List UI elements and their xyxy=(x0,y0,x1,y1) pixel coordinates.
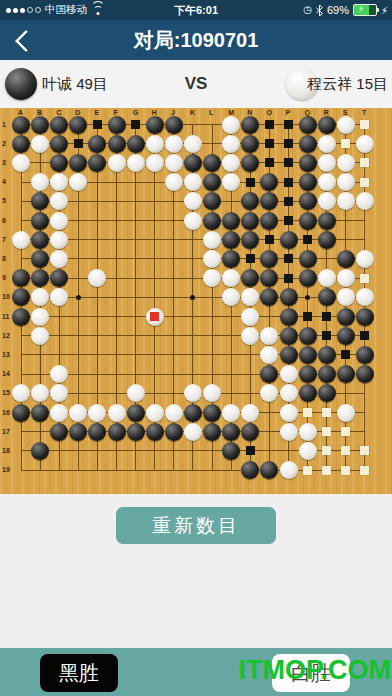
black-stone xyxy=(222,423,240,441)
white-stone xyxy=(127,384,145,402)
white-stone xyxy=(31,384,49,402)
coordinate-label-column: K xyxy=(190,109,195,116)
coordinate-label-row: 13 xyxy=(2,351,10,358)
black-stone xyxy=(146,116,164,134)
white-stone xyxy=(184,384,202,402)
white-stone xyxy=(318,135,336,153)
black-stone xyxy=(299,327,317,345)
black-stone xyxy=(31,442,49,460)
coordinate-label-row: 16 xyxy=(2,409,10,416)
white-territory-marker xyxy=(360,274,369,283)
white-stone xyxy=(356,288,374,306)
go-board[interactable]: ABCDEFGHJKLMNOPQRST123456789101112131415… xyxy=(0,108,392,494)
black-territory-marker xyxy=(93,120,102,129)
black-stone xyxy=(260,288,278,306)
coordinate-label-row: 10 xyxy=(2,293,10,300)
white-territory-marker xyxy=(341,446,350,455)
white-stone xyxy=(50,192,68,210)
lower-panel: 重新数目 xyxy=(0,494,392,648)
nav-bar: 对局:1090701 xyxy=(0,20,392,60)
black-stone xyxy=(241,154,259,172)
black-territory-marker xyxy=(341,350,350,359)
black-stone xyxy=(31,250,49,268)
black-territory-marker xyxy=(265,120,274,129)
battery-percent-label: 69% xyxy=(327,4,349,16)
coordinate-label-row: 18 xyxy=(2,447,10,454)
white-territory-marker xyxy=(341,139,350,148)
battery-icon: ⚡ xyxy=(353,4,377,16)
white-territory-marker xyxy=(322,427,331,436)
white-stone xyxy=(50,404,68,422)
white-stone xyxy=(146,404,164,422)
white-stone xyxy=(280,404,298,422)
black-stone xyxy=(108,423,126,441)
white-stone xyxy=(356,135,374,153)
alarm-clock-icon: ◷ xyxy=(303,5,312,15)
black-stone xyxy=(203,154,221,172)
white-stone xyxy=(31,173,49,191)
black-stone xyxy=(88,154,106,172)
black-stone xyxy=(12,308,30,326)
coordinate-label-row: 11 xyxy=(2,313,9,320)
black-stone xyxy=(299,212,317,230)
black-territory-marker xyxy=(246,178,255,187)
black-stone xyxy=(318,346,336,364)
white-territory-marker xyxy=(303,408,312,417)
black-stone xyxy=(299,192,317,210)
black-stone xyxy=(299,269,317,287)
black-stone xyxy=(241,192,259,210)
grid-line-horizontal xyxy=(21,316,365,317)
black-wins-button[interactable]: 黑胜 xyxy=(40,654,118,692)
black-stone xyxy=(12,116,30,134)
white-stone xyxy=(318,269,336,287)
white-stone xyxy=(337,154,355,172)
black-stone xyxy=(299,154,317,172)
black-stone xyxy=(203,212,221,230)
white-stone xyxy=(50,231,68,249)
black-stone xyxy=(241,461,259,479)
black-stone xyxy=(50,135,68,153)
white-stone xyxy=(88,269,106,287)
white-stone xyxy=(184,135,202,153)
black-stone xyxy=(31,116,49,134)
coordinate-label-row: 6 xyxy=(2,217,6,224)
star-point xyxy=(76,295,81,300)
black-stone xyxy=(31,269,49,287)
white-stone xyxy=(260,346,278,364)
black-stone xyxy=(299,384,317,402)
black-stone xyxy=(50,154,68,172)
black-territory-marker xyxy=(246,254,255,263)
coordinate-label-row: 19 xyxy=(2,466,10,473)
black-stone xyxy=(241,135,259,153)
black-stone xyxy=(31,231,49,249)
coordinate-label-column: E xyxy=(94,109,99,116)
coordinate-label-column: S xyxy=(343,109,348,116)
black-territory-marker xyxy=(74,139,83,148)
black-territory-marker xyxy=(284,158,293,167)
black-stone xyxy=(241,116,259,134)
white-stone xyxy=(318,173,336,191)
white-stone xyxy=(280,365,298,383)
black-stone xyxy=(108,135,126,153)
black-stone xyxy=(50,269,68,287)
black-stone xyxy=(69,154,87,172)
coordinate-label-column: P xyxy=(286,109,291,116)
black-stone xyxy=(318,384,336,402)
white-stone xyxy=(299,442,317,460)
black-stone xyxy=(260,461,278,479)
black-stone xyxy=(203,404,221,422)
player-bar: 叶诚 49目 VS 程云祥 15目 xyxy=(0,60,392,109)
coordinate-label-row: 1 xyxy=(2,121,6,128)
coordinate-label-row: 4 xyxy=(2,178,6,185)
white-stone xyxy=(222,116,240,134)
white-stone xyxy=(108,404,126,422)
bluetooth-icon xyxy=(316,5,323,16)
coordinate-label-column: T xyxy=(362,109,366,116)
white-stone xyxy=(50,365,68,383)
black-stone xyxy=(31,212,49,230)
white-territory-marker xyxy=(360,158,369,167)
black-stone xyxy=(12,404,30,422)
black-territory-marker xyxy=(284,197,293,206)
black-stone xyxy=(280,308,298,326)
white-territory-marker xyxy=(322,466,331,475)
recount-button[interactable]: 重新数目 xyxy=(116,507,276,544)
black-stone xyxy=(222,442,240,460)
coordinate-label-column: O xyxy=(266,109,271,116)
coordinate-label-column: F xyxy=(114,109,118,116)
white-territory-marker xyxy=(360,120,369,129)
black-stone xyxy=(260,212,278,230)
last-move-marker xyxy=(150,312,159,321)
coordinate-label-row: 3 xyxy=(2,159,6,166)
black-stone xyxy=(356,346,374,364)
black-stone xyxy=(260,250,278,268)
white-stone xyxy=(222,288,240,306)
white-stone xyxy=(260,327,278,345)
white-stone xyxy=(222,135,240,153)
white-stone xyxy=(31,308,49,326)
white-stone xyxy=(12,384,30,402)
coordinate-label-row: 14 xyxy=(2,370,10,377)
black-territory-marker xyxy=(246,446,255,455)
black-stone xyxy=(222,231,240,249)
coordinate-label-column: A xyxy=(18,109,23,116)
black-territory-marker xyxy=(322,312,331,321)
white-stone xyxy=(184,192,202,210)
white-stone xyxy=(337,192,355,210)
white-stone xyxy=(69,173,87,191)
black-stone xyxy=(31,192,49,210)
black-stone xyxy=(299,116,317,134)
white-stone xyxy=(50,384,68,402)
black-stone xyxy=(356,308,374,326)
white-stone xyxy=(50,250,68,268)
black-territory-marker xyxy=(303,235,312,244)
black-stone xyxy=(318,365,336,383)
black-stone xyxy=(88,135,106,153)
black-stone xyxy=(12,288,30,306)
white-player-name: 程云祥 15目 xyxy=(307,60,388,108)
white-territory-marker xyxy=(360,446,369,455)
black-stone xyxy=(184,404,202,422)
charging-bolt-icon: ⚡ xyxy=(381,5,388,16)
black-stone xyxy=(241,231,259,249)
coordinate-label-column: C xyxy=(56,109,61,116)
black-stone xyxy=(12,135,30,153)
white-territory-marker xyxy=(341,427,350,436)
coordinate-label-row: 2 xyxy=(2,140,6,147)
white-stone xyxy=(31,327,49,345)
app-screen: 中国移动 下午6:01 ◷ 69% ⚡ ⚡ 对局:1090701 叶诚 49目 … xyxy=(0,0,392,696)
page-title: 对局:1090701 xyxy=(0,20,392,60)
black-stone xyxy=(280,327,298,345)
black-territory-marker xyxy=(303,312,312,321)
coordinate-label-row: 8 xyxy=(2,255,6,262)
white-stone xyxy=(12,154,30,172)
black-territory-marker xyxy=(131,120,140,129)
white-stone xyxy=(222,404,240,422)
black-stone xyxy=(260,269,278,287)
coordinate-label-column: R xyxy=(324,109,329,116)
black-stone xyxy=(165,116,183,134)
white-stone xyxy=(318,154,336,172)
white-stone xyxy=(203,250,221,268)
white-stone xyxy=(50,288,68,306)
white-stone xyxy=(184,212,202,230)
black-stone xyxy=(203,423,221,441)
grid-line-horizontal xyxy=(21,239,365,240)
white-stone xyxy=(127,154,145,172)
white-stone xyxy=(165,154,183,172)
white-stone xyxy=(108,154,126,172)
white-stone xyxy=(222,154,240,172)
white-stone xyxy=(356,250,374,268)
white-stone xyxy=(184,423,202,441)
black-territory-marker xyxy=(284,274,293,283)
white-stone xyxy=(222,173,240,191)
coordinate-label-column: J xyxy=(171,109,175,116)
coordinate-label-row: 5 xyxy=(2,197,6,204)
coordinate-label-row: 17 xyxy=(2,428,10,435)
white-stone xyxy=(146,135,164,153)
coordinate-label-column: M xyxy=(228,109,234,116)
white-stone xyxy=(69,404,87,422)
black-stone xyxy=(88,423,106,441)
white-stone xyxy=(280,423,298,441)
black-stone xyxy=(337,365,355,383)
black-stone xyxy=(356,365,374,383)
black-territory-marker xyxy=(265,139,274,148)
coordinate-label-row: 12 xyxy=(2,332,10,339)
black-stone xyxy=(50,423,68,441)
coordinate-label-row: 9 xyxy=(2,274,6,281)
status-bar: 中国移动 下午6:01 ◷ 69% ⚡ ⚡ xyxy=(0,0,392,20)
black-stone xyxy=(260,173,278,191)
white-stone xyxy=(50,173,68,191)
black-stone xyxy=(337,327,355,345)
black-stone xyxy=(69,116,87,134)
white-territory-marker xyxy=(303,466,312,475)
watermark-text: ITMOP.COM xyxy=(238,655,391,686)
black-stone xyxy=(184,154,202,172)
black-stone xyxy=(69,423,87,441)
white-stone xyxy=(203,384,221,402)
white-stone xyxy=(337,404,355,422)
white-territory-marker xyxy=(322,408,331,417)
black-stone xyxy=(337,250,355,268)
black-stone xyxy=(318,212,336,230)
black-stone xyxy=(241,423,259,441)
coordinate-label-column: N xyxy=(247,109,252,116)
black-stone xyxy=(299,346,317,364)
black-stone xyxy=(241,212,259,230)
coordinate-label-column: D xyxy=(75,109,80,116)
white-stone xyxy=(241,327,259,345)
black-stone xyxy=(318,231,336,249)
white-territory-marker xyxy=(360,466,369,475)
white-stone xyxy=(31,288,49,306)
white-stone xyxy=(146,154,164,172)
white-stone xyxy=(31,135,49,153)
white-stone xyxy=(280,384,298,402)
white-stone xyxy=(165,135,183,153)
black-stone xyxy=(50,116,68,134)
black-territory-marker xyxy=(265,235,274,244)
white-stone xyxy=(184,173,202,191)
black-stone xyxy=(127,135,145,153)
white-stone xyxy=(260,384,278,402)
black-stone xyxy=(299,173,317,191)
white-territory-marker xyxy=(360,178,369,187)
white-territory-marker xyxy=(322,446,331,455)
white-stone xyxy=(88,404,106,422)
white-stone xyxy=(203,231,221,249)
black-stone xyxy=(222,212,240,230)
white-stone xyxy=(12,231,30,249)
black-stone xyxy=(127,423,145,441)
coordinate-label-row: 7 xyxy=(2,236,6,243)
black-stone xyxy=(108,116,126,134)
black-territory-marker xyxy=(322,331,331,340)
white-stone xyxy=(241,288,259,306)
coordinate-label-column: G xyxy=(133,109,138,116)
white-stone xyxy=(337,288,355,306)
black-stone xyxy=(299,250,317,268)
black-stone xyxy=(260,365,278,383)
white-stone-last-move xyxy=(146,308,164,326)
black-stone xyxy=(280,231,298,249)
black-stone xyxy=(299,365,317,383)
black-territory-marker xyxy=(284,120,293,129)
black-stone xyxy=(260,192,278,210)
white-stone xyxy=(337,116,355,134)
coordinate-label-column: L xyxy=(209,109,213,116)
white-stone xyxy=(241,308,259,326)
coordinate-label-column: H xyxy=(152,109,157,116)
black-stone xyxy=(222,250,240,268)
black-stone xyxy=(241,269,259,287)
white-stone xyxy=(165,404,183,422)
black-stone xyxy=(31,404,49,422)
black-stone xyxy=(280,288,298,306)
black-territory-marker xyxy=(284,216,293,225)
black-stone xyxy=(280,346,298,364)
coordinate-label-column: Q xyxy=(305,109,310,116)
black-stone xyxy=(12,269,30,287)
white-stone xyxy=(165,173,183,191)
white-stone xyxy=(299,423,317,441)
black-stone xyxy=(318,288,336,306)
white-stone xyxy=(203,269,221,287)
star-point xyxy=(305,295,310,300)
white-stone xyxy=(337,173,355,191)
black-territory-marker xyxy=(360,331,369,340)
white-stone xyxy=(241,404,259,422)
black-stone xyxy=(203,173,221,191)
black-stone xyxy=(318,116,336,134)
white-stone xyxy=(222,269,240,287)
black-territory-marker xyxy=(284,178,293,187)
black-territory-marker xyxy=(284,139,293,148)
white-stone xyxy=(337,269,355,287)
status-right-cluster: ◷ 69% ⚡ ⚡ xyxy=(303,4,388,16)
white-stone xyxy=(356,192,374,210)
white-stone xyxy=(280,461,298,479)
black-territory-marker xyxy=(284,254,293,263)
black-stone xyxy=(299,135,317,153)
black-stone xyxy=(337,308,355,326)
black-stone xyxy=(165,423,183,441)
black-stone xyxy=(127,404,145,422)
white-stone xyxy=(50,212,68,230)
grid-line-horizontal xyxy=(21,470,365,471)
black-territory-marker xyxy=(265,158,274,167)
coordinate-label-column: B xyxy=(37,109,42,116)
black-stone xyxy=(146,423,164,441)
white-territory-marker xyxy=(341,466,350,475)
coordinate-label-row: 15 xyxy=(2,389,10,396)
white-stone xyxy=(318,192,336,210)
black-stone xyxy=(203,192,221,210)
star-point xyxy=(190,295,195,300)
